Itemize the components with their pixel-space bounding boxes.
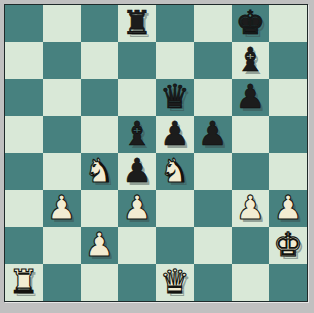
square-f8[interactable] xyxy=(194,5,232,42)
square-f4[interactable] xyxy=(194,153,232,190)
black-pawn-e5[interactable]: ♟ xyxy=(160,117,190,150)
white-knight-e4[interactable]: ♞ xyxy=(160,154,190,187)
square-h2[interactable]: ♚ xyxy=(269,227,307,264)
square-e1[interactable]: ♛ xyxy=(156,264,194,301)
square-g1[interactable] xyxy=(232,264,270,301)
square-c1[interactable] xyxy=(81,264,119,301)
square-f3[interactable] xyxy=(194,190,232,227)
black-rook-d8[interactable]: ♜ xyxy=(122,6,152,39)
square-e7[interactable] xyxy=(156,42,194,79)
square-g4[interactable] xyxy=(232,153,270,190)
square-f2[interactable] xyxy=(194,227,232,264)
white-queen-e1[interactable]: ♛ xyxy=(160,265,190,298)
square-e3[interactable] xyxy=(156,190,194,227)
square-e5[interactable]: ♟ xyxy=(156,116,194,153)
square-f5[interactable]: ♟ xyxy=(194,116,232,153)
black-bishop-d5[interactable]: ♝ xyxy=(122,117,152,150)
square-f7[interactable] xyxy=(194,42,232,79)
square-c8[interactable] xyxy=(81,5,119,42)
white-pawn-b3[interactable]: ♟ xyxy=(47,191,77,224)
white-pawn-c2[interactable]: ♟ xyxy=(85,228,115,261)
square-b4[interactable] xyxy=(43,153,81,190)
white-rook-a1[interactable]: ♜ xyxy=(9,265,39,298)
white-pawn-h3[interactable]: ♟ xyxy=(273,191,303,224)
square-e4[interactable]: ♞ xyxy=(156,153,194,190)
white-knight-c4[interactable]: ♞ xyxy=(85,154,115,187)
square-d2[interactable] xyxy=(118,227,156,264)
square-f6[interactable] xyxy=(194,79,232,116)
square-g3[interactable]: ♟ xyxy=(232,190,270,227)
black-king-g8[interactable]: ♚ xyxy=(236,6,266,39)
square-e8[interactable] xyxy=(156,5,194,42)
white-pawn-g3[interactable]: ♟ xyxy=(236,191,266,224)
square-d7[interactable] xyxy=(118,42,156,79)
square-c3[interactable] xyxy=(81,190,119,227)
square-a7[interactable] xyxy=(5,42,43,79)
square-d8[interactable]: ♜ xyxy=(118,5,156,42)
white-pawn-d3[interactable]: ♟ xyxy=(122,191,152,224)
square-c5[interactable] xyxy=(81,116,119,153)
square-a1[interactable]: ♜ xyxy=(5,264,43,301)
square-b2[interactable] xyxy=(43,227,81,264)
chess-board: ♜♚♝♛♟♝♟♟♞♟♞♟♟♟♟♟♚♜♛ xyxy=(4,4,308,302)
square-d5[interactable]: ♝ xyxy=(118,116,156,153)
square-b8[interactable] xyxy=(43,5,81,42)
square-b7[interactable] xyxy=(43,42,81,79)
square-a3[interactable] xyxy=(5,190,43,227)
square-h8[interactable] xyxy=(269,5,307,42)
square-c2[interactable]: ♟ xyxy=(81,227,119,264)
square-h6[interactable] xyxy=(269,79,307,116)
square-g2[interactable] xyxy=(232,227,270,264)
black-pawn-d4[interactable]: ♟ xyxy=(122,154,152,187)
square-g6[interactable]: ♟ xyxy=(232,79,270,116)
square-e2[interactable] xyxy=(156,227,194,264)
square-c6[interactable] xyxy=(81,79,119,116)
square-c4[interactable]: ♞ xyxy=(81,153,119,190)
square-e6[interactable]: ♛ xyxy=(156,79,194,116)
square-f1[interactable] xyxy=(194,264,232,301)
square-a8[interactable] xyxy=(5,5,43,42)
black-bishop-g7[interactable]: ♝ xyxy=(236,43,266,76)
square-a5[interactable] xyxy=(5,116,43,153)
square-b6[interactable] xyxy=(43,79,81,116)
square-d1[interactable] xyxy=(118,264,156,301)
diagram-frame: ♜♚♝♛♟♝♟♟♞♟♞♟♟♟♟♟♚♜♛ xyxy=(0,0,314,313)
square-g8[interactable]: ♚ xyxy=(232,5,270,42)
square-a4[interactable] xyxy=(5,153,43,190)
square-a6[interactable] xyxy=(5,79,43,116)
square-a2[interactable] xyxy=(5,227,43,264)
white-king-h2[interactable]: ♚ xyxy=(273,228,303,261)
square-b5[interactable] xyxy=(43,116,81,153)
square-d4[interactable]: ♟ xyxy=(118,153,156,190)
square-b1[interactable] xyxy=(43,264,81,301)
square-g5[interactable] xyxy=(232,116,270,153)
square-h4[interactable] xyxy=(269,153,307,190)
square-b3[interactable]: ♟ xyxy=(43,190,81,227)
square-h3[interactable]: ♟ xyxy=(269,190,307,227)
black-queen-e6[interactable]: ♛ xyxy=(160,80,190,113)
square-h5[interactable] xyxy=(269,116,307,153)
square-d3[interactable]: ♟ xyxy=(118,190,156,227)
black-pawn-g6[interactable]: ♟ xyxy=(236,80,266,113)
square-d6[interactable] xyxy=(118,79,156,116)
square-h1[interactable] xyxy=(269,264,307,301)
black-pawn-f5[interactable]: ♟ xyxy=(198,117,228,150)
square-h7[interactable] xyxy=(269,42,307,79)
square-g7[interactable]: ♝ xyxy=(232,42,270,79)
square-c7[interactable] xyxy=(81,42,119,79)
